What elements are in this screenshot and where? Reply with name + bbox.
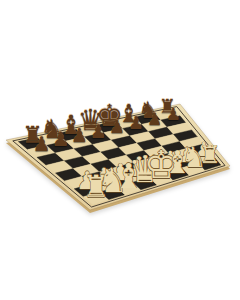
chess-board xyxy=(0,0,240,300)
chess-set-product-photo: ♜♞♝♛♚♝♞♜♟♟♟♟♟♟♟♟♟♟♟♟♟♟♟♟♜♞♝♛♚♝♞♜ xyxy=(0,0,240,300)
